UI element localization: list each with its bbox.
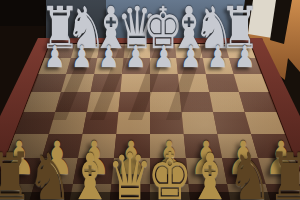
- piece-brass-king: ♚: [148, 145, 193, 200]
- piece-silver-pawn: ♟: [45, 42, 66, 72]
- piece-brass-bishop: ♝: [187, 145, 232, 200]
- piece-silver-rook: ♜: [40, 0, 81, 58]
- piece-brass-rook: ♜: [0, 145, 33, 200]
- piece-silver-king: ♚: [143, 0, 184, 58]
- piece-brass-pawn: ♟: [78, 135, 110, 181]
- piece-silver-pawn: ♟: [207, 42, 228, 72]
- piece-silver-pawn: ♟: [126, 42, 147, 72]
- piece-brass-pawn: ♟: [153, 135, 185, 181]
- piece-silver-rook: ♜: [220, 0, 261, 58]
- chess-set-photo: ♜♞♝♛♚♝♞♜♟♟♟♟♟♟♟♟♟♟♟♟♟♟♟♟♜♞♝♛♚♝♞♜: [0, 0, 300, 200]
- piece-silver-pawn: ♟: [234, 42, 255, 72]
- piece-brass-pawn: ♟: [41, 135, 73, 181]
- piece-silver-knight: ♞: [194, 0, 235, 58]
- piece-brass-pawn: ♟: [264, 135, 296, 181]
- piece-brass-pawn: ♟: [227, 135, 259, 181]
- piece-silver-knight: ♞: [66, 0, 107, 58]
- piece-silver-pawn: ♟: [72, 42, 93, 72]
- piece-silver-bishop: ♝: [91, 0, 132, 58]
- piece-layer: ♜♞♝♛♚♝♞♜♟♟♟♟♟♟♟♟♟♟♟♟♟♟♟♟♜♞♝♛♚♝♞♜: [0, 0, 300, 200]
- piece-brass-rook: ♜: [267, 145, 300, 200]
- piece-silver-bishop: ♝: [168, 0, 209, 58]
- piece-silver-pawn: ♟: [180, 42, 201, 72]
- piece-brass-knight: ♞: [227, 145, 272, 200]
- piece-silver-pawn: ♟: [153, 42, 174, 72]
- piece-brass-knight: ♞: [28, 145, 73, 200]
- piece-brass-pawn: ♟: [115, 135, 147, 181]
- piece-brass-pawn: ♟: [190, 135, 222, 181]
- piece-brass-bishop: ♝: [68, 145, 113, 200]
- piece-silver-queen: ♛: [117, 0, 158, 58]
- piece-brass-pawn: ♟: [3, 135, 35, 181]
- piece-silver-pawn: ♟: [99, 42, 120, 72]
- piece-brass-queen: ♛: [108, 145, 153, 200]
